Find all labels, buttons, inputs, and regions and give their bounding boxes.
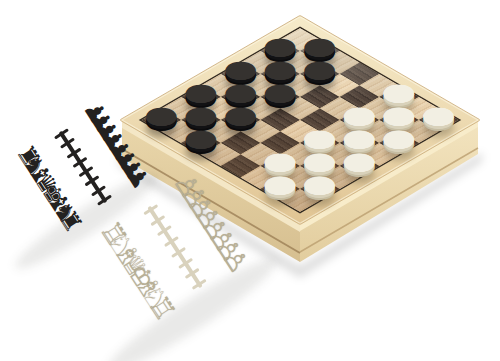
product-photo-scene: ●●●●●●●●●●●●●●●●●●●●●●●● ♜♟♞♟♝♟♛♟♚♟♝♟♞♟♜…	[0, 0, 500, 361]
sprue-runner-segment	[185, 268, 200, 279]
sprue-runner-segment	[143, 204, 158, 215]
checker-white[interactable]: ●	[263, 172, 298, 196]
sprue-runner-segment	[66, 147, 81, 158]
checker-black[interactable]: ●	[302, 57, 337, 81]
sprue-runner-segment	[150, 215, 165, 226]
checker-black[interactable]: ●	[223, 103, 258, 127]
sprue-runner-segment	[192, 279, 207, 290]
checker-black[interactable]: ●	[144, 103, 179, 127]
sprue-runner-segment	[54, 128, 69, 139]
sprue-runner-segment	[91, 185, 106, 196]
checker-white[interactable]: ●	[421, 103, 456, 127]
sprue-runner-segment	[85, 176, 100, 187]
sprue-runner-segment	[72, 157, 87, 168]
checker-white[interactable]: ●	[342, 149, 377, 173]
sprue-runner-segment	[60, 138, 75, 149]
checker-white[interactable]: ●	[302, 172, 337, 196]
sprue-runner-segment	[164, 236, 179, 247]
sprue-runner-segment	[157, 225, 172, 236]
sprue-runner-segment	[171, 247, 186, 258]
sprue-runner-segment	[79, 166, 94, 177]
checker-black[interactable]: ●	[263, 80, 298, 104]
checker-black[interactable]: ●	[184, 126, 219, 150]
checker-white[interactable]: ●	[382, 126, 417, 150]
sprue-runner-segment	[178, 257, 193, 268]
